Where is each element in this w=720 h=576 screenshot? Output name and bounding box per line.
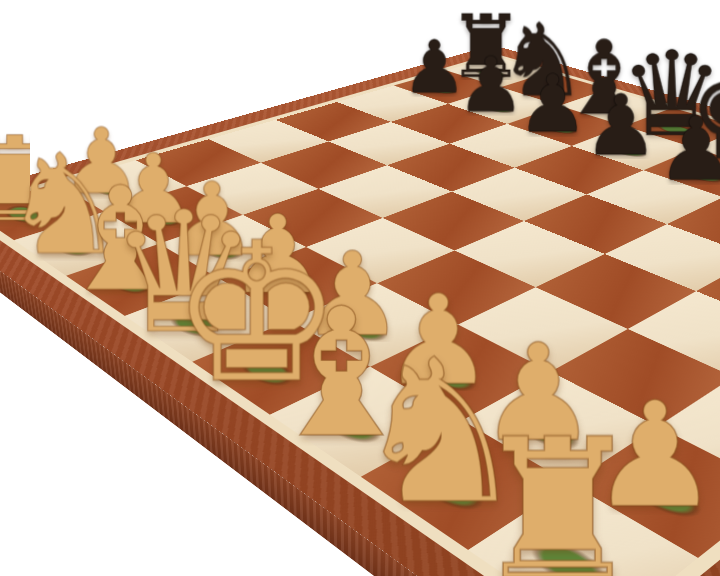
- felt-base-c8: [578, 99, 641, 119]
- board-frame: ♜♞♝♛♚♝♞♜♟♟♟♟♟♟♟♟♟♟♟♟♟♟♟♟♜♞♝♛♚♝♞♜: [0, 45, 720, 576]
- felt-base-b2: [127, 202, 198, 234]
- felt-base-f2: [399, 350, 498, 403]
- chess-board-3d: ♜♞♝♛♚♝♞♜♟♟♟♟♟♟♟♟♟♟♟♟♟♟♟♟♜♞♝♛♚♝♞♜: [0, 45, 720, 576]
- chess-board: ♜♞♝♛♚♝♞♜♟♟♟♟♟♟♟♟♟♟♟♟♟♟♟♟♜♞♝♛♚♝♞♜: [0, 56, 720, 576]
- square-b2: ♟: [105, 186, 243, 244]
- felt-base-e2: [317, 306, 407, 352]
- felt-base-e1: [221, 345, 315, 398]
- felt-base-c1: [91, 263, 170, 303]
- square-f1: ♝: [270, 367, 462, 477]
- felt-base-g1: [394, 454, 509, 526]
- felt-base-a2: [77, 174, 143, 203]
- felt-base-f1: [301, 396, 404, 457]
- board-inlay-line: ♜♞♝♛♚♝♞♜♟♟♟♟♟♟♟♟♟♟♟♟♟♟♟♟♜♞♝♛♚♝♞♜: [0, 53, 720, 576]
- felt-base-c2: [183, 232, 260, 268]
- felt-base-a1: [0, 199, 58, 231]
- felt-base-d1: [151, 301, 237, 347]
- felt-base-b1: [37, 229, 110, 264]
- felt-base-h1: [505, 523, 634, 576]
- product-photo-scene: Wooden Staunton chess set at the startin…: [0, 0, 720, 576]
- felt-base-h2: [604, 461, 720, 534]
- photo-caption: Wooden Staunton chess set at the startin…: [0, 0, 1, 1]
